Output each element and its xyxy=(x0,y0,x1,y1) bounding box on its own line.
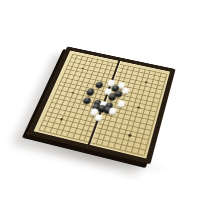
product-photo[interactable] xyxy=(0,0,200,200)
white-stone xyxy=(122,87,131,95)
black-stone xyxy=(108,93,117,101)
black-stone xyxy=(115,90,124,98)
black-stone xyxy=(86,88,95,96)
black-stone xyxy=(82,97,91,105)
white-stone xyxy=(117,100,126,108)
black-stone xyxy=(94,81,103,89)
white-stone xyxy=(94,114,103,122)
white-stone xyxy=(108,107,117,115)
